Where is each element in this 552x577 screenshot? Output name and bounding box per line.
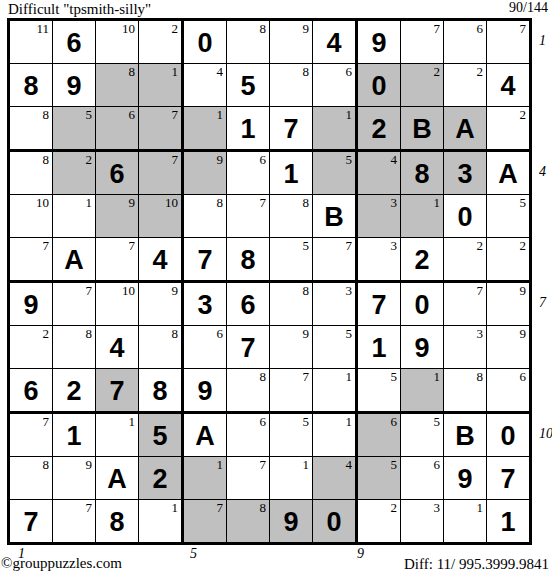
pencil-mark: 8 (129, 64, 136, 79)
cell-r2c6[interactable]: 5 (227, 64, 270, 107)
cell-r3c7[interactable]: 7 (270, 107, 313, 152)
cell-r4c10[interactable]: 8 (401, 152, 444, 195)
cell-r9c12[interactable]: 6 (487, 369, 529, 414)
pencil-mark: 2 (43, 326, 50, 341)
cell-r12c2[interactable]: 7 (53, 500, 96, 542)
cell-r6c5[interactable]: 7 (184, 238, 227, 283)
cell-r2c9[interactable]: 0 (358, 64, 401, 107)
cell-r8c4[interactable]: 8 (139, 326, 184, 369)
cell-value: 9 (283, 509, 298, 536)
cell-r6c1[interactable]: 7 (10, 238, 53, 283)
row-label-10: 10 (539, 426, 552, 442)
pencil-mark: 2 (520, 107, 527, 122)
cell-value: 8 (152, 378, 167, 405)
pencil-mark: 1 (477, 500, 484, 515)
cell-r2c4[interactable]: 1 (139, 64, 184, 107)
pencil-mark: 2 (477, 238, 484, 253)
cell-value: 2 (414, 247, 429, 274)
cell-r6c8[interactable]: 7 (313, 238, 358, 283)
cell-r11c5[interactable]: 1 (184, 457, 227, 500)
pencil-mark: 11 (36, 21, 49, 36)
cell-r7c3[interactable]: 10 (96, 283, 139, 326)
cell-r2c3[interactable]: 8 (96, 64, 139, 107)
pencil-mark: 7 (86, 283, 93, 298)
pencil-mark: 9 (129, 195, 136, 210)
cell-r9c1[interactable]: 6 (10, 369, 53, 414)
cell-r8c5[interactable]: 6 (184, 326, 227, 369)
cell-value: 3 (197, 292, 212, 319)
cell-value: 9 (66, 73, 81, 100)
pencil-mark: 5 (303, 414, 310, 429)
cell-r10c4[interactable]: 5 (139, 414, 184, 457)
cell-value: 6 (240, 292, 255, 319)
pencil-mark: 8 (303, 195, 310, 210)
cell-r2c12[interactable]: 4 (487, 64, 529, 107)
cell-r6c4[interactable]: 4 (139, 238, 184, 283)
cell-value: 0 (326, 509, 341, 536)
pencil-mark: 7 (217, 500, 224, 515)
pencil-mark: 8 (260, 369, 267, 384)
cell-r12c1[interactable]: 7 (10, 500, 53, 542)
puzzle-page: Difficult "tpsmith-silly" 90/144 1161020… (0, 0, 552, 577)
cell-r7c2[interactable]: 7 (53, 283, 96, 326)
cell-r11c1[interactable]: 8 (10, 457, 53, 500)
cell-r5c8[interactable]: B (313, 195, 358, 238)
cell-r5c3[interactable]: 9 (96, 195, 139, 238)
cell-r3c12[interactable]: 2 (487, 107, 529, 152)
cell-value: 4 (326, 30, 341, 57)
cell-r7c6[interactable]: 6 (227, 283, 270, 326)
cell-r12c3[interactable]: 8 (96, 500, 139, 542)
col-label-1: 1 (18, 546, 25, 562)
pencil-mark: 6 (217, 326, 224, 341)
pencil-mark: 4 (346, 457, 353, 472)
cell-r4c2[interactable]: 2 (53, 152, 96, 195)
cell-r8c12[interactable]: 9 (487, 326, 529, 369)
cell-r7c5[interactable]: 3 (184, 283, 227, 326)
cell-value: 1 (240, 116, 255, 143)
cell-r4c6[interactable]: 6 (227, 152, 270, 195)
cell-value: 8 (414, 161, 429, 188)
cell-r10c12[interactable]: 0 (487, 414, 529, 457)
cell-r4c11[interactable]: 3 (444, 152, 487, 195)
cell-r1c7[interactable]: 9 (270, 21, 313, 64)
cell-r5c9[interactable]: 3 (358, 195, 401, 238)
pencil-mark: 10 (122, 283, 135, 298)
pencil-mark: 5 (434, 414, 441, 429)
pencil-mark: 5 (86, 107, 93, 122)
pencil-mark: 2 (86, 152, 93, 167)
cell-r7c11[interactable]: 7 (444, 283, 487, 326)
pencil-mark: 1 (217, 107, 224, 122)
cell-r4c1[interactable]: 8 (10, 152, 53, 195)
cell-value: 4 (152, 247, 167, 274)
cell-r8c8[interactable]: 5 (313, 326, 358, 369)
cell-value: 9 (23, 292, 38, 319)
cell-r3c6[interactable]: 1 (227, 107, 270, 152)
cell-r9c2[interactable]: 2 (53, 369, 96, 414)
cell-r11c10[interactable]: 6 (401, 457, 444, 500)
cell-r10c2[interactable]: 1 (53, 414, 96, 457)
pencil-mark: 1 (172, 64, 179, 79)
pencil-mark: 5 (346, 326, 353, 341)
pencil-mark: 5 (391, 457, 398, 472)
pencil-mark: 3 (477, 326, 484, 341)
cell-r2c2[interactable]: 9 (53, 64, 96, 107)
pencil-mark: 7 (303, 369, 310, 384)
cell-value: B (455, 423, 475, 450)
pencil-mark: 9 (303, 326, 310, 341)
pencil-mark: 8 (217, 195, 224, 210)
cell-r12c10[interactable]: 3 (401, 500, 444, 542)
cell-value: A (107, 466, 127, 493)
cell-r11c12[interactable]: 7 (487, 457, 529, 500)
cell-r6c10[interactable]: 2 (401, 238, 444, 283)
pencil-mark: 7 (43, 238, 50, 253)
pencil-mark: 8 (43, 152, 50, 167)
cell-value: 3 (457, 161, 472, 188)
pencil-mark: 9 (217, 152, 224, 167)
cell-r3c3[interactable]: 6 (96, 107, 139, 152)
cell-value: 8 (109, 509, 124, 536)
pencil-mark: 6 (477, 21, 484, 36)
pencil-mark: 1 (346, 414, 353, 429)
cell-r7c10[interactable]: 0 (401, 283, 444, 326)
cell-r5c4[interactable]: 10 (139, 195, 184, 238)
col-label-9: 9 (357, 546, 364, 562)
pencil-mark: 6 (391, 414, 398, 429)
cell-value: 4 (500, 73, 515, 100)
cell-value: A (195, 423, 215, 450)
pencil-mark: 3 (391, 238, 398, 253)
pencil-mark: 9 (172, 283, 179, 298)
cell-r4c8[interactable]: 5 (313, 152, 358, 195)
cell-value: 7 (240, 335, 255, 362)
pencil-mark: 2 (477, 64, 484, 79)
pencil-mark: 7 (172, 107, 179, 122)
pencil-mark: 8 (260, 21, 267, 36)
pencil-mark: 1 (346, 369, 353, 384)
cell-r1c8[interactable]: 4 (313, 21, 358, 64)
cell-r7c8[interactable]: 3 (313, 283, 358, 326)
pencil-mark: 7 (129, 238, 136, 253)
pencil-mark: 8 (477, 369, 484, 384)
cell-value: 1 (283, 161, 298, 188)
cell-r5c7[interactable]: 8 (270, 195, 313, 238)
cell-value: B (412, 116, 432, 143)
cell-r6c11[interactable]: 2 (444, 238, 487, 283)
cell-r5c2[interactable]: 1 (53, 195, 96, 238)
cell-r11c7[interactable]: 1 (270, 457, 313, 500)
cell-value: A (498, 161, 518, 188)
cell-r1c11[interactable]: 6 (444, 21, 487, 64)
cell-value: 9 (197, 378, 212, 405)
cell-r4c3[interactable]: 6 (96, 152, 139, 195)
pencil-mark: 7 (520, 21, 527, 36)
cell-r3c5[interactable]: 1 (184, 107, 227, 152)
cell-r7c12[interactable]: 9 (487, 283, 529, 326)
cell-value: 9 (414, 335, 429, 362)
cell-r1c12[interactable]: 7 (487, 21, 529, 64)
cell-r11c4[interactable]: 2 (139, 457, 184, 500)
cell-r5c11[interactable]: 0 (444, 195, 487, 238)
cell-r12c11[interactable]: 1 (444, 500, 487, 542)
cell-value: 2 (371, 116, 386, 143)
cell-r1c4[interactable]: 2 (139, 21, 184, 64)
cell-value: 1 (371, 335, 386, 362)
cell-value: A (64, 247, 84, 274)
progress-counter: 90/144 (509, 0, 548, 16)
pencil-mark: 1 (303, 457, 310, 472)
pencil-mark: 5 (346, 152, 353, 167)
pencil-mark: 1 (434, 369, 441, 384)
cell-r2c8[interactable]: 6 (313, 64, 358, 107)
pencil-mark: 2 (391, 500, 398, 515)
cell-r3c10[interactable]: B (401, 107, 444, 152)
pencil-mark: 6 (520, 369, 527, 384)
cell-value: 5 (152, 423, 167, 450)
cell-r12c8[interactable]: 0 (313, 500, 358, 542)
col-label-5: 5 (190, 546, 197, 562)
cell-r4c5[interactable]: 9 (184, 152, 227, 195)
cell-r9c4[interactable]: 8 (139, 369, 184, 414)
pencil-mark: 8 (172, 326, 179, 341)
cell-value: 2 (66, 378, 81, 405)
cell-r9c11[interactable]: 8 (444, 369, 487, 414)
pencil-mark: 7 (260, 195, 267, 210)
pencil-mark: 6 (346, 64, 353, 79)
cell-r1c6[interactable]: 8 (227, 21, 270, 64)
cell-r5c6[interactable]: 7 (227, 195, 270, 238)
pencil-mark: 6 (260, 152, 267, 167)
pencil-mark: 10 (122, 21, 135, 36)
cell-r6c6[interactable]: 8 (227, 238, 270, 283)
cell-r8c7[interactable]: 9 (270, 326, 313, 369)
cell-value: 9 (457, 466, 472, 493)
pencil-mark: 4 (391, 152, 398, 167)
pencil-mark: 7 (477, 283, 484, 298)
cell-r6c12[interactable]: 2 (487, 238, 529, 283)
cell-value: 6 (23, 378, 38, 405)
cell-r11c9[interactable]: 5 (358, 457, 401, 500)
cell-r4c7[interactable]: 1 (270, 152, 313, 195)
cell-r6c9[interactable]: 3 (358, 238, 401, 283)
cell-value: 8 (23, 73, 38, 100)
cell-r6c2[interactable]: A (53, 238, 96, 283)
cell-value: 9 (371, 30, 386, 57)
cell-r8c3[interactable]: 4 (96, 326, 139, 369)
cell-r9c8[interactable]: 1 (313, 369, 358, 414)
pencil-mark: 1 (172, 500, 179, 515)
pencil-mark: 7 (86, 500, 93, 515)
pencil-mark: 2 (172, 21, 179, 36)
cell-r7c9[interactable]: 7 (358, 283, 401, 326)
cell-value: 0 (457, 204, 472, 231)
cell-value: 7 (283, 116, 298, 143)
cell-r10c8[interactable]: 1 (313, 414, 358, 457)
cell-r10c3[interactable]: 1 (96, 414, 139, 457)
cell-r1c9[interactable]: 9 (358, 21, 401, 64)
pencil-mark: 4 (217, 64, 224, 79)
puzzle-title: Difficult "tpsmith-silly" (8, 1, 151, 18)
cell-value: 4 (109, 335, 124, 362)
cell-r11c6[interactable]: 7 (227, 457, 270, 500)
cell-r4c12[interactable]: A (487, 152, 529, 195)
cell-r10c1[interactable]: 7 (10, 414, 53, 457)
cell-r5c5[interactable]: 8 (184, 195, 227, 238)
pencil-mark: 1 (217, 457, 224, 472)
cell-r10c6[interactable]: 6 (227, 414, 270, 457)
cell-r3c1[interactable]: 8 (10, 107, 53, 152)
cell-value: 5 (240, 73, 255, 100)
pencil-mark: 7 (172, 152, 179, 167)
cell-value: 6 (109, 161, 124, 188)
pencil-mark: 8 (43, 107, 50, 122)
cell-value: 1 (500, 509, 515, 536)
cell-r2c7[interactable]: 8 (270, 64, 313, 107)
pencil-mark: 1 (434, 195, 441, 210)
sudoku-board: 11610208949767898145860224856711712BA282… (7, 18, 532, 545)
cell-r12c7[interactable]: 9 (270, 500, 313, 542)
cell-r12c6[interactable]: 8 (227, 500, 270, 542)
pencil-mark: 8 (86, 326, 93, 341)
cell-value: 6 (66, 30, 81, 57)
cell-r10c11[interactable]: B (444, 414, 487, 457)
cell-value: 0 (500, 423, 515, 450)
cell-value: 8 (240, 247, 255, 274)
cell-r12c4[interactable]: 1 (139, 500, 184, 542)
cell-value: 1 (66, 423, 81, 450)
row-label-1: 1 (539, 33, 546, 49)
cell-value: 7 (500, 466, 515, 493)
cell-r8c1[interactable]: 2 (10, 326, 53, 369)
pencil-mark: 7 (43, 414, 50, 429)
cell-value: B (324, 204, 344, 231)
cell-r9c5[interactable]: 9 (184, 369, 227, 414)
pencil-mark: 8 (43, 457, 50, 472)
row-label-4: 4 (539, 164, 546, 180)
cell-r10c5[interactable]: A (184, 414, 227, 457)
cell-value: A (455, 116, 475, 143)
pencil-mark: 8 (303, 283, 310, 298)
cell-r8c11[interactable]: 3 (444, 326, 487, 369)
cell-r8c6[interactable]: 7 (227, 326, 270, 369)
cell-r9c7[interactable]: 7 (270, 369, 313, 414)
pencil-mark: 8 (260, 500, 267, 515)
pencil-mark: 5 (391, 369, 398, 384)
cell-r8c9[interactable]: 1 (358, 326, 401, 369)
cell-value: 0 (197, 30, 212, 57)
pencil-mark: 6 (260, 414, 267, 429)
cell-r1c3[interactable]: 10 (96, 21, 139, 64)
cell-r1c10[interactable]: 7 (401, 21, 444, 64)
cell-value: 0 (414, 292, 429, 319)
pencil-mark: 2 (520, 238, 527, 253)
cell-r10c9[interactable]: 6 (358, 414, 401, 457)
pencil-mark: 9 (520, 283, 527, 298)
cell-value: 7 (23, 509, 38, 536)
cell-r12c9[interactable]: 2 (358, 500, 401, 542)
pencil-mark: 3 (391, 195, 398, 210)
cell-r3c9[interactable]: 2 (358, 107, 401, 152)
pencil-mark: 9 (303, 21, 310, 36)
cell-value: 7 (371, 292, 386, 319)
cell-r3c11[interactable]: A (444, 107, 487, 152)
cell-r9c6[interactable]: 8 (227, 369, 270, 414)
cell-r7c1[interactable]: 9 (10, 283, 53, 326)
cell-r10c10[interactable]: 5 (401, 414, 444, 457)
cell-r4c4[interactable]: 7 (139, 152, 184, 195)
cell-r5c12[interactable]: 5 (487, 195, 529, 238)
pencil-mark: 2 (434, 64, 441, 79)
cell-r2c1[interactable]: 8 (10, 64, 53, 107)
cell-r10c7[interactable]: 5 (270, 414, 313, 457)
cell-r1c2[interactable]: 6 (53, 21, 96, 64)
pencil-mark: 6 (129, 107, 136, 122)
pencil-mark: 1 (129, 414, 136, 429)
cell-r11c2[interactable]: 9 (53, 457, 96, 500)
cell-r6c3[interactable]: 7 (96, 238, 139, 283)
cell-r3c8[interactable]: 1 (313, 107, 358, 152)
cell-r8c2[interactable]: 8 (53, 326, 96, 369)
pencil-mark: 1 (346, 107, 353, 122)
cell-r8c10[interactable]: 9 (401, 326, 444, 369)
pencil-mark: 1 (86, 195, 93, 210)
cell-r12c5[interactable]: 7 (184, 500, 227, 542)
cell-r9c9[interactable]: 5 (358, 369, 401, 414)
pencil-mark: 7 (260, 457, 267, 472)
pencil-mark: 5 (303, 238, 310, 253)
cell-value: 0 (371, 73, 386, 100)
cell-r3c2[interactable]: 5 (53, 107, 96, 152)
pencil-mark: 9 (520, 326, 527, 341)
difficulty-text: Diff: 11/ 995.3999.9841 (404, 556, 549, 573)
pencil-mark: 8 (303, 64, 310, 79)
cell-r9c10[interactable]: 1 (401, 369, 444, 414)
cell-r1c5[interactable]: 0 (184, 21, 227, 64)
cell-r6c7[interactable]: 5 (270, 238, 313, 283)
cell-value: 7 (109, 378, 124, 405)
cell-r11c11[interactable]: 9 (444, 457, 487, 500)
pencil-mark: 3 (434, 500, 441, 515)
cell-r4c9[interactable]: 4 (358, 152, 401, 195)
pencil-mark: 10 (165, 195, 178, 210)
pencil-mark: 9 (86, 457, 93, 472)
pencil-mark: 10 (36, 195, 49, 210)
pencil-mark: 3 (346, 283, 353, 298)
cell-r7c4[interactable]: 9 (139, 283, 184, 326)
cell-r1c1[interactable]: 11 (10, 21, 53, 64)
cell-r5c10[interactable]: 1 (401, 195, 444, 238)
cell-r11c8[interactable]: 4 (313, 457, 358, 500)
cell-value: 7 (197, 247, 212, 274)
pencil-mark: 7 (434, 21, 441, 36)
cell-r2c11[interactable]: 2 (444, 64, 487, 107)
pencil-mark: 7 (346, 238, 353, 253)
cell-value: 2 (152, 466, 167, 493)
cell-r3c4[interactable]: 7 (139, 107, 184, 152)
row-label-7: 7 (539, 295, 546, 311)
cell-r5c1[interactable]: 10 (10, 195, 53, 238)
cell-r11c3[interactable]: A (96, 457, 139, 500)
cell-r9c3[interactable]: 7 (96, 369, 139, 414)
cell-r2c10[interactable]: 2 (401, 64, 444, 107)
pencil-mark: 6 (434, 457, 441, 472)
cell-r7c7[interactable]: 8 (270, 283, 313, 326)
cell-r2c5[interactable]: 4 (184, 64, 227, 107)
pencil-mark: 5 (520, 195, 527, 210)
cell-r12c12[interactable]: 1 (487, 500, 529, 542)
